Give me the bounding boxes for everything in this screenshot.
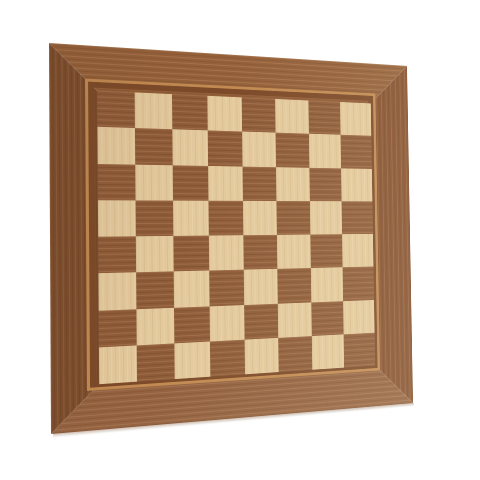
square-r6c5[interactable] xyxy=(278,302,311,338)
square-r2c2[interactable] xyxy=(172,165,208,201)
square-r1c3[interactable] xyxy=(207,131,242,167)
square-r3c1[interactable] xyxy=(136,200,173,236)
square-r5c7[interactable] xyxy=(342,267,374,301)
square-r2c0[interactable] xyxy=(98,163,136,200)
square-r4c0[interactable] xyxy=(98,236,136,273)
square-r7c6[interactable] xyxy=(311,334,344,370)
square-r2c4[interactable] xyxy=(243,166,277,201)
square-r0c5[interactable] xyxy=(275,99,308,134)
square-r1c4[interactable] xyxy=(242,132,276,167)
square-r4c6[interactable] xyxy=(310,234,342,268)
square-r4c4[interactable] xyxy=(243,235,277,270)
square-r0c3[interactable] xyxy=(207,96,242,132)
square-r7c0[interactable] xyxy=(99,345,137,384)
square-r4c5[interactable] xyxy=(277,235,310,270)
square-r7c5[interactable] xyxy=(278,336,311,372)
square-r3c7[interactable] xyxy=(341,201,373,234)
square-r2c3[interactable] xyxy=(208,165,243,200)
square-r6c4[interactable] xyxy=(244,303,278,339)
square-r4c1[interactable] xyxy=(136,236,173,273)
square-r3c2[interactable] xyxy=(173,200,209,236)
square-r1c2[interactable] xyxy=(172,129,208,165)
chess-board xyxy=(49,43,413,434)
square-r0c2[interactable] xyxy=(172,94,208,130)
square-r0c7[interactable] xyxy=(340,102,371,136)
square-r6c6[interactable] xyxy=(311,301,344,336)
square-r5c2[interactable] xyxy=(173,271,209,308)
square-r5c1[interactable] xyxy=(136,272,173,309)
photo-background xyxy=(0,0,480,480)
square-r3c4[interactable] xyxy=(243,201,277,236)
square-r5c0[interactable] xyxy=(98,272,136,310)
square-r2c6[interactable] xyxy=(309,167,341,201)
square-r7c3[interactable] xyxy=(210,339,245,376)
square-r3c5[interactable] xyxy=(277,201,310,235)
playing-area xyxy=(97,91,375,385)
square-r0c6[interactable] xyxy=(308,101,340,135)
square-r6c2[interactable] xyxy=(174,306,210,343)
square-r1c6[interactable] xyxy=(308,134,340,168)
square-r3c6[interactable] xyxy=(309,201,341,235)
square-r0c0[interactable] xyxy=(97,91,135,129)
square-r1c1[interactable] xyxy=(135,128,172,165)
square-r6c1[interactable] xyxy=(137,307,174,345)
square-r6c3[interactable] xyxy=(209,305,244,342)
square-r2c1[interactable] xyxy=(135,164,172,200)
square-r0c4[interactable] xyxy=(242,97,276,132)
square-r5c6[interactable] xyxy=(310,267,342,302)
square-r2c7[interactable] xyxy=(341,168,373,201)
square-r3c3[interactable] xyxy=(208,200,243,235)
square-r0c1[interactable] xyxy=(135,92,172,129)
square-r6c0[interactable] xyxy=(99,309,137,347)
square-r5c3[interactable] xyxy=(209,270,244,306)
square-r4c7[interactable] xyxy=(342,234,374,268)
square-r7c2[interactable] xyxy=(174,341,210,379)
square-r7c7[interactable] xyxy=(343,332,375,367)
square-r4c3[interactable] xyxy=(209,235,244,271)
square-r1c7[interactable] xyxy=(340,135,372,169)
square-r1c5[interactable] xyxy=(276,133,309,168)
square-r2c5[interactable] xyxy=(276,167,309,201)
square-r7c4[interactable] xyxy=(245,338,279,375)
square-r5c4[interactable] xyxy=(244,269,278,305)
square-r6c7[interactable] xyxy=(343,300,375,335)
square-r1c0[interactable] xyxy=(97,127,135,164)
square-r5c5[interactable] xyxy=(278,268,311,303)
square-r3c0[interactable] xyxy=(98,200,136,237)
square-r4c2[interactable] xyxy=(173,236,209,272)
square-r7c1[interactable] xyxy=(137,343,174,381)
